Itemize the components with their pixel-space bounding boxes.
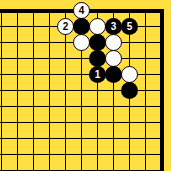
stone-black [89, 34, 106, 51]
grid-line-h [0, 170, 164, 171]
grid-line-h [0, 154, 164, 155]
grid-line-h [0, 74, 164, 75]
stone-white [105, 34, 122, 51]
stone-black [73, 18, 90, 35]
grid-line-h [0, 138, 164, 139]
stone-black [105, 66, 122, 83]
stone-white [89, 18, 106, 35]
stone-black-move-3: 3 [105, 18, 122, 35]
stone-black [121, 82, 138, 99]
move-number-label: 5 [127, 22, 133, 32]
stone-white [121, 66, 138, 83]
move-number-label: 4 [79, 6, 85, 16]
go-board-diagram: 42351 [0, 0, 171, 171]
stone-white [105, 50, 122, 67]
move-number-label: 1 [95, 70, 101, 80]
stone-black-move-1: 1 [89, 66, 106, 83]
stone-black-move-5: 5 [121, 18, 138, 35]
stone-black [89, 50, 106, 67]
stone-white-move-2: 2 [57, 18, 74, 35]
stone-white-move-4: 4 [73, 2, 90, 19]
grid-line-h [0, 106, 164, 107]
grid-line-h [0, 122, 164, 123]
grid-line-h [0, 90, 164, 91]
move-number-label: 3 [111, 22, 117, 32]
grid-line-h [0, 58, 164, 59]
stone-white [73, 34, 90, 51]
move-number-label: 2 [63, 22, 69, 32]
